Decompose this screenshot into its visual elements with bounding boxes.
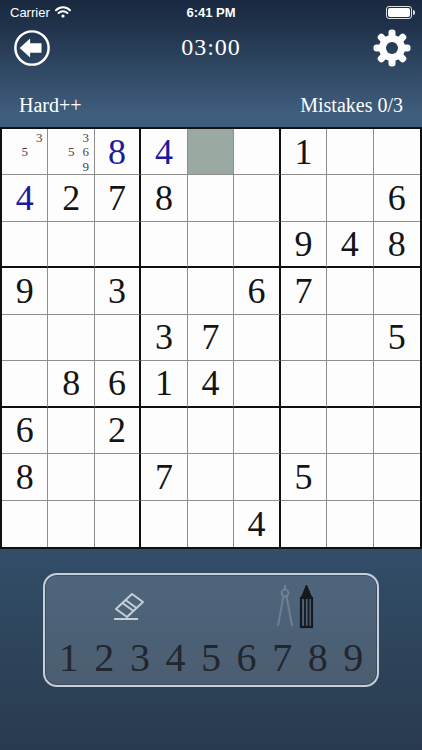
sudoku-cell[interactable] [95, 501, 141, 547]
sudoku-cell[interactable]: 3 [141, 315, 187, 361]
sudoku-cell[interactable] [327, 408, 373, 454]
sudoku-cell[interactable]: 8 [2, 454, 48, 500]
sudoku-cell[interactable] [327, 361, 373, 407]
sudoku-cell[interactable] [2, 222, 48, 268]
pencil-icon [298, 584, 315, 630]
sudoku-cell[interactable]: 2 [48, 175, 94, 221]
given-digit: 9 [16, 273, 34, 309]
sudoku-cell[interactable]: 9 [2, 268, 48, 314]
sudoku-cell[interactable]: 8 [141, 175, 187, 221]
info-row: Hard++ Mistakes 0/3 [0, 94, 422, 117]
mistakes-label: Mistakes 0/3 [300, 94, 403, 117]
given-digit: 6 [388, 180, 406, 216]
pencil-notes: 35 [3, 130, 46, 173]
compass-icon [274, 584, 296, 630]
sudoku-cell[interactable] [95, 454, 141, 500]
sudoku-cell[interactable] [281, 175, 327, 221]
numpad-key-4[interactable]: 4 [158, 638, 194, 678]
sudoku-cell[interactable] [188, 408, 234, 454]
sudoku-cell[interactable] [141, 222, 187, 268]
sudoku-cell[interactable]: 1 [141, 361, 187, 407]
sudoku-cell[interactable]: 8 [48, 361, 94, 407]
sudoku-cell[interactable] [141, 408, 187, 454]
sudoku-cell[interactable]: 5 [374, 315, 420, 361]
given-digit: 2 [62, 180, 80, 216]
given-digit: 7 [155, 459, 173, 495]
sudoku-cell[interactable]: 1 [281, 129, 327, 175]
given-digit: 1 [155, 365, 173, 401]
sudoku-cell[interactable] [327, 129, 373, 175]
sudoku-cell[interactable] [374, 408, 420, 454]
difficulty-label: Hard++ [19, 94, 82, 117]
sudoku-cell[interactable]: 7 [281, 268, 327, 314]
sudoku-cell[interactable] [48, 408, 94, 454]
sudoku-cell[interactable] [188, 501, 234, 547]
numpad-key-6[interactable]: 6 [229, 638, 265, 678]
sudoku-cell[interactable]: 4 [141, 129, 187, 175]
sudoku-cell[interactable] [327, 315, 373, 361]
given-digit: 6 [16, 412, 34, 448]
eraser-button[interactable] [45, 581, 211, 633]
numpad-key-7[interactable]: 7 [264, 638, 300, 678]
sudoku-cell[interactable] [374, 268, 420, 314]
sudoku-cell[interactable] [188, 222, 234, 268]
sudoku-cell[interactable] [327, 268, 373, 314]
game-timer: 03:00 [0, 34, 422, 61]
given-digit: 7 [294, 273, 312, 309]
sudoku-cell[interactable] [374, 454, 420, 500]
sudoku-cell[interactable]: 8 [374, 222, 420, 268]
sudoku-cell[interactable]: 6 [95, 361, 141, 407]
given-digit: 5 [388, 319, 406, 355]
given-digit: 8 [388, 226, 406, 262]
sudoku-cell[interactable] [95, 222, 141, 268]
gear-icon[interactable] [372, 28, 412, 68]
status-time: 6:41 PM [0, 5, 422, 20]
sudoku-board: 3535698414278694893673758614628754 [0, 127, 422, 549]
sudoku-cell[interactable]: 6 [374, 175, 420, 221]
given-digit: 7 [108, 180, 126, 216]
sudoku-cell[interactable] [234, 222, 280, 268]
sudoku-cell[interactable]: 4 [234, 501, 280, 547]
sudoku-cell[interactable]: 4 [2, 175, 48, 221]
sudoku-cell[interactable]: 7 [188, 315, 234, 361]
given-digit: 1 [294, 134, 312, 170]
user-digit: 4 [16, 180, 34, 216]
sudoku-cell[interactable] [281, 408, 327, 454]
sudoku-cell[interactable] [234, 315, 280, 361]
numpad: 123456789 [45, 633, 377, 683]
given-digit: 9 [294, 226, 312, 262]
sudoku-cell[interactable] [48, 501, 94, 547]
sudoku-cell[interactable] [327, 454, 373, 500]
given-digit: 3 [155, 319, 173, 355]
numpad-key-3[interactable]: 3 [122, 638, 158, 678]
sudoku-cell[interactable] [48, 222, 94, 268]
given-digit: 8 [16, 459, 34, 495]
sudoku-cell[interactable]: 4 [327, 222, 373, 268]
sudoku-cell[interactable] [188, 454, 234, 500]
sudoku-cell[interactable]: 35 [2, 129, 48, 175]
sudoku-cell[interactable] [327, 501, 373, 547]
sudoku-cell[interactable] [48, 454, 94, 500]
sudoku-cell[interactable] [374, 361, 420, 407]
sudoku-cell[interactable]: 7 [95, 175, 141, 221]
given-digit: 6 [108, 365, 126, 401]
sudoku-cell[interactable] [141, 501, 187, 547]
sudoku-cell[interactable]: 6 [234, 268, 280, 314]
sudoku-cell[interactable] [281, 361, 327, 407]
sudoku-cell[interactable]: 8 [95, 129, 141, 175]
sudoku-cell[interactable] [48, 268, 94, 314]
status-bar: 6:41 PM Carrier [0, 0, 422, 22]
sudoku-cell[interactable] [95, 315, 141, 361]
sudoku-cell[interactable] [2, 315, 48, 361]
numpad-key-9[interactable]: 9 [336, 638, 372, 678]
sudoku-cell[interactable] [188, 175, 234, 221]
numpad-key-1[interactable]: 1 [51, 638, 87, 678]
given-digit: 4 [341, 226, 359, 262]
sudoku-cell[interactable] [2, 501, 48, 547]
given-digit: 2 [108, 412, 126, 448]
sudoku-cell[interactable]: 5 [281, 454, 327, 500]
numpad-key-5[interactable]: 5 [193, 638, 229, 678]
sudoku-cell[interactable] [141, 268, 187, 314]
pencil-button[interactable] [211, 581, 377, 633]
given-digit: 4 [201, 365, 219, 401]
sudoku-cell[interactable] [374, 129, 420, 175]
sudoku-cell[interactable] [234, 408, 280, 454]
given-digit: 6 [247, 273, 265, 309]
sudoku-cell[interactable] [48, 315, 94, 361]
numpad-key-8[interactable]: 8 [300, 638, 336, 678]
given-digit: 8 [155, 180, 173, 216]
sudoku-cell[interactable]: 9 [281, 222, 327, 268]
nav-bar: 03:00 [0, 26, 422, 74]
sudoku-cell[interactable]: 4 [188, 361, 234, 407]
sudoku-cell[interactable] [374, 501, 420, 547]
sudoku-cell[interactable] [281, 501, 327, 547]
sudoku-cell[interactable] [281, 315, 327, 361]
sudoku-cell[interactable] [234, 361, 280, 407]
given-digit: 5 [294, 459, 312, 495]
input-panel: 123456789 [43, 573, 379, 687]
user-digit: 8 [108, 134, 126, 170]
pencil-notes: 3569 [49, 130, 92, 173]
given-digit: 8 [62, 365, 80, 401]
sudoku-cell[interactable] [327, 175, 373, 221]
sudoku-cell[interactable]: 2 [95, 408, 141, 454]
sudoku-cell[interactable]: 6 [2, 408, 48, 454]
tools-row [45, 581, 377, 633]
given-digit: 3 [108, 273, 126, 309]
user-digit: 4 [155, 134, 173, 170]
eraser-icon [108, 589, 148, 625]
sudoku-cell[interactable] [2, 361, 48, 407]
given-digit: 4 [247, 506, 265, 542]
sudoku-cell[interactable]: 3569 [48, 129, 94, 175]
app-screen: 6:41 PM Carrier 03:00 [0, 0, 422, 750]
sudoku-cell[interactable] [188, 268, 234, 314]
sudoku-cell[interactable] [234, 129, 280, 175]
sudoku-cell[interactable] [234, 454, 280, 500]
sudoku-cell[interactable] [188, 129, 234, 175]
battery-icon [386, 6, 412, 19]
given-digit: 7 [201, 319, 219, 355]
numpad-key-2[interactable]: 2 [87, 638, 123, 678]
sudoku-cell[interactable]: 7 [141, 454, 187, 500]
sudoku-cell[interactable]: 3 [95, 268, 141, 314]
sudoku-cell[interactable] [234, 175, 280, 221]
